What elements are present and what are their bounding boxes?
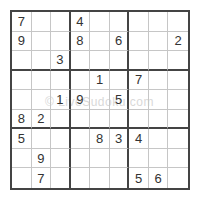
cell-r2c5[interactable]	[90, 32, 110, 52]
cell-r6c9[interactable]	[168, 110, 188, 130]
cell-grid: 7498623171958258349756	[12, 12, 188, 188]
cell-r7c9[interactable]	[168, 129, 188, 149]
cell-r2c6[interactable]: 6	[110, 32, 130, 52]
cell-r4c1[interactable]	[12, 71, 32, 91]
cell-r9c4[interactable]	[71, 168, 91, 188]
cell-r3c9[interactable]	[168, 51, 188, 71]
cell-r4c6[interactable]	[110, 71, 130, 91]
cell-r5c5[interactable]	[90, 90, 110, 110]
cell-r8c3[interactable]	[51, 149, 71, 169]
cell-r1c6[interactable]	[110, 12, 130, 32]
cell-r9c8[interactable]: 6	[149, 168, 169, 188]
cell-r2c3[interactable]	[51, 32, 71, 52]
cell-r6c7[interactable]	[129, 110, 149, 130]
cell-r5c3[interactable]: 1	[51, 90, 71, 110]
cell-r5c8[interactable]	[149, 90, 169, 110]
cell-r8c1[interactable]	[12, 149, 32, 169]
cell-r4c5[interactable]: 1	[90, 71, 110, 91]
cell-r1c5[interactable]	[90, 12, 110, 32]
cell-r6c2[interactable]: 2	[32, 110, 52, 130]
cell-r5c7[interactable]	[129, 90, 149, 110]
sudoku-board: © LiveSudoku.com 7498623171958258349756	[10, 10, 190, 190]
cell-r3c2[interactable]	[32, 51, 52, 71]
cell-r2c9[interactable]: 2	[168, 32, 188, 52]
cell-r9c7[interactable]: 5	[129, 168, 149, 188]
cell-r1c4[interactable]: 4	[71, 12, 91, 32]
cell-r1c2[interactable]	[32, 12, 52, 32]
cell-r8c9[interactable]	[168, 149, 188, 169]
cell-r8c5[interactable]	[90, 149, 110, 169]
cell-r2c1[interactable]: 9	[12, 32, 32, 52]
cell-r1c9[interactable]	[168, 12, 188, 32]
cell-r8c7[interactable]	[129, 149, 149, 169]
cell-r7c1[interactable]: 5	[12, 129, 32, 149]
cell-r4c2[interactable]	[32, 71, 52, 91]
cell-r5c9[interactable]	[168, 90, 188, 110]
cell-r7c3[interactable]	[51, 129, 71, 149]
cell-r7c6[interactable]: 3	[110, 129, 130, 149]
cell-r8c8[interactable]	[149, 149, 169, 169]
cell-r1c7[interactable]	[129, 12, 149, 32]
cell-r1c1[interactable]: 7	[12, 12, 32, 32]
cell-r4c9[interactable]	[168, 71, 188, 91]
cell-r7c5[interactable]: 8	[90, 129, 110, 149]
cell-r7c8[interactable]	[149, 129, 169, 149]
cell-r4c3[interactable]	[51, 71, 71, 91]
cell-r3c4[interactable]	[71, 51, 91, 71]
cell-r5c4[interactable]: 9	[71, 90, 91, 110]
cell-r9c1[interactable]	[12, 168, 32, 188]
cell-r5c1[interactable]	[12, 90, 32, 110]
cell-r7c4[interactable]	[71, 129, 91, 149]
cell-r4c4[interactable]	[71, 71, 91, 91]
cell-r8c2[interactable]: 9	[32, 149, 52, 169]
cell-r3c7[interactable]	[129, 51, 149, 71]
cell-r9c6[interactable]	[110, 168, 130, 188]
cell-r1c8[interactable]	[149, 12, 169, 32]
cell-r3c3[interactable]: 3	[51, 51, 71, 71]
cell-r6c1[interactable]: 8	[12, 110, 32, 130]
cell-r5c2[interactable]	[32, 90, 52, 110]
cell-r3c8[interactable]	[149, 51, 169, 71]
cell-r9c3[interactable]	[51, 168, 71, 188]
cell-r3c5[interactable]	[90, 51, 110, 71]
cell-r5c6[interactable]: 5	[110, 90, 130, 110]
cell-r7c2[interactable]	[32, 129, 52, 149]
cell-r8c6[interactable]	[110, 149, 130, 169]
cell-r1c3[interactable]	[51, 12, 71, 32]
cell-r7c7[interactable]: 4	[129, 129, 149, 149]
cell-r9c9[interactable]	[168, 168, 188, 188]
cell-r8c4[interactable]	[71, 149, 91, 169]
cell-r9c2[interactable]: 7	[32, 168, 52, 188]
cell-r9c5[interactable]	[90, 168, 110, 188]
cell-r6c6[interactable]	[110, 110, 130, 130]
cell-r6c3[interactable]	[51, 110, 71, 130]
cell-r6c8[interactable]	[149, 110, 169, 130]
cell-r4c8[interactable]	[149, 71, 169, 91]
cell-r2c4[interactable]: 8	[71, 32, 91, 52]
cell-r6c4[interactable]	[71, 110, 91, 130]
cell-r2c2[interactable]	[32, 32, 52, 52]
cell-r2c8[interactable]	[149, 32, 169, 52]
cell-r3c6[interactable]	[110, 51, 130, 71]
cell-r4c7[interactable]: 7	[129, 71, 149, 91]
cell-r3c1[interactable]	[12, 51, 32, 71]
cell-r2c7[interactable]	[129, 32, 149, 52]
cell-r6c5[interactable]	[90, 110, 110, 130]
